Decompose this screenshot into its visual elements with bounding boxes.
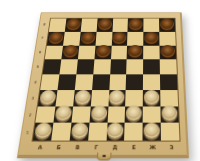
square-b8[interactable] — [65, 19, 82, 32]
square-a6 — [45, 45, 63, 59]
square-c1[interactable] — [69, 123, 89, 141]
piece-light-f2[interactable] — [126, 106, 142, 121]
piece-light-g1[interactable] — [144, 123, 160, 139]
square-d1 — [88, 123, 107, 141]
square-a8 — [49, 19, 66, 32]
square-h8[interactable] — [159, 19, 175, 32]
square-e3[interactable] — [108, 90, 126, 106]
board-frame: 87654321 АБВГДЕЖЗ — [17, 12, 189, 158]
square-a3[interactable] — [38, 90, 58, 106]
piece-light-c3[interactable] — [74, 90, 91, 104]
file-label-h: З — [162, 141, 181, 153]
square-h6[interactable] — [160, 45, 177, 59]
square-f5 — [126, 60, 143, 75]
piece-light-g3[interactable] — [144, 90, 160, 104]
piece-light-c1[interactable] — [71, 123, 89, 139]
piece-light-d2[interactable] — [90, 106, 107, 121]
square-g3[interactable] — [143, 90, 161, 106]
square-f3 — [126, 90, 144, 106]
square-h5 — [160, 60, 177, 75]
square-a1[interactable] — [33, 123, 54, 141]
piece-dark-d6[interactable] — [95, 45, 110, 58]
file-labels: АБВГДЕЖЗ — [30, 141, 181, 153]
square-f7 — [127, 32, 143, 46]
file-label-a: А — [30, 141, 50, 153]
square-f2[interactable] — [125, 106, 143, 123]
square-d4[interactable] — [92, 74, 110, 89]
piece-light-h2[interactable] — [162, 106, 178, 121]
piece-light-b2[interactable] — [54, 106, 71, 121]
file-label-b: Б — [49, 141, 69, 153]
file-label-e: Д — [105, 141, 124, 153]
square-a7[interactable] — [47, 32, 65, 46]
piece-dark-d8[interactable] — [97, 18, 112, 30]
square-b4[interactable] — [57, 74, 76, 89]
photo-background: 87654321 АБВГДЕЖЗ — [0, 0, 200, 161]
piece-dark-b8[interactable] — [66, 18, 81, 30]
square-d8[interactable] — [96, 19, 113, 32]
piece-dark-a7[interactable] — [48, 32, 64, 44]
square-b5 — [59, 60, 77, 75]
checkers-board: 87654321 АБВГДЕЖЗ — [17, 12, 189, 158]
file-label-d: Г — [86, 141, 106, 153]
piece-dark-f6[interactable] — [128, 45, 143, 58]
piece-dark-h8[interactable] — [160, 18, 174, 30]
square-d2[interactable] — [89, 106, 108, 123]
square-e1[interactable] — [106, 123, 125, 141]
file-label-g: Ж — [143, 141, 162, 153]
square-h2[interactable] — [161, 106, 179, 123]
piece-dark-f8[interactable] — [129, 18, 143, 30]
square-c3[interactable] — [73, 90, 92, 106]
square-g1[interactable] — [143, 123, 161, 141]
board-grid — [31, 18, 180, 142]
piece-dark-c7[interactable] — [80, 32, 95, 44]
square-d3 — [90, 90, 108, 106]
square-c6 — [78, 45, 96, 59]
square-d7 — [95, 32, 112, 46]
square-e7[interactable] — [111, 32, 128, 46]
square-f6[interactable] — [127, 45, 144, 59]
file-label-c: В — [68, 141, 88, 153]
piece-dark-g7[interactable] — [144, 32, 158, 44]
square-c2 — [71, 106, 90, 123]
square-a5[interactable] — [43, 60, 62, 75]
square-f4[interactable] — [126, 74, 143, 89]
piece-dark-e7[interactable] — [112, 32, 127, 44]
file-label-f: Е — [124, 141, 143, 153]
square-c4 — [75, 74, 93, 89]
square-h3 — [160, 90, 178, 106]
square-g8 — [144, 19, 160, 32]
square-a4 — [40, 74, 59, 89]
square-e6 — [111, 45, 128, 59]
board-clasp — [97, 153, 112, 161]
clasp-pin-icon — [103, 155, 106, 158]
square-a2 — [35, 106, 55, 123]
piece-dark-h6[interactable] — [160, 45, 175, 58]
piece-light-a3[interactable] — [39, 90, 56, 104]
square-e4 — [109, 74, 127, 89]
square-e8 — [112, 19, 128, 32]
square-c7[interactable] — [79, 32, 96, 46]
square-h1 — [161, 123, 180, 141]
square-h7 — [159, 32, 175, 46]
square-c8 — [80, 19, 97, 32]
square-b6[interactable] — [61, 45, 79, 59]
piece-dark-b6[interactable] — [62, 45, 78, 58]
square-e5[interactable] — [110, 60, 127, 75]
square-f1 — [124, 123, 142, 141]
square-h4[interactable] — [160, 74, 177, 89]
square-e2 — [107, 106, 125, 123]
square-b2[interactable] — [53, 106, 73, 123]
square-g5[interactable] — [143, 60, 160, 75]
square-d6[interactable] — [94, 45, 111, 59]
square-f8[interactable] — [128, 19, 144, 32]
square-g7[interactable] — [143, 32, 159, 46]
square-g2 — [143, 106, 161, 123]
square-c5[interactable] — [76, 60, 94, 75]
square-d5 — [93, 60, 111, 75]
square-b1 — [51, 123, 71, 141]
square-b3 — [55, 90, 74, 106]
square-b7 — [63, 32, 80, 46]
piece-light-a1[interactable] — [34, 123, 52, 139]
piece-light-e3[interactable] — [109, 90, 125, 104]
square-g4 — [143, 74, 160, 89]
piece-light-e1[interactable] — [107, 123, 124, 139]
square-g6 — [143, 45, 159, 59]
